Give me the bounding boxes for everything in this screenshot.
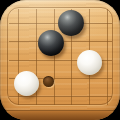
screen (0, 0, 120, 120)
icon-sheen-highlight (0, 0, 120, 120)
go-board[interactable] (0, 0, 120, 120)
